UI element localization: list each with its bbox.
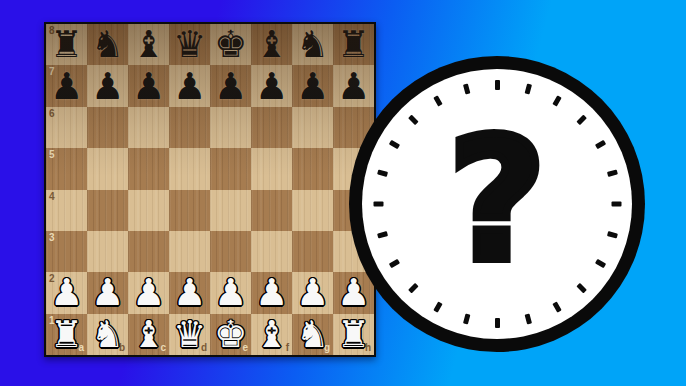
piece-black-pawn: ♟: [173, 68, 206, 105]
clock-face: ?: [362, 69, 632, 339]
square-g1: g♞: [292, 314, 333, 355]
chess-board-grid: 8♜♞♝♛♚♝♞♜7♟♟♟♟♟♟♟♟65432♟♟♟♟♟♟♟♟1a♜b♞c♝d♛…: [46, 24, 374, 355]
square-h2: ♟: [333, 272, 374, 313]
square-d8: ♛: [169, 24, 210, 65]
square-e6: [210, 107, 251, 148]
chess-board: 8♜♞♝♛♚♝♞♜7♟♟♟♟♟♟♟♟65432♟♟♟♟♟♟♟♟1a♜b♞c♝d♛…: [44, 22, 376, 357]
square-c5: [128, 148, 169, 189]
piece-black-pawn: ♟: [91, 68, 124, 105]
square-a5: 5: [46, 148, 87, 189]
square-e3: [210, 231, 251, 272]
rank-label-4: 4: [49, 192, 55, 202]
square-h8: ♜: [333, 24, 374, 65]
clock-tick: [606, 231, 617, 238]
square-a7: 7♟: [46, 65, 87, 106]
piece-white-pawn: ♟: [132, 274, 165, 311]
piece-black-pawn: ♟: [255, 68, 288, 105]
square-g7: ♟: [292, 65, 333, 106]
square-b5: [87, 148, 128, 189]
piece-black-knight: ♞: [91, 26, 124, 63]
square-f4: [251, 190, 292, 231]
clock-tick: [373, 202, 383, 207]
clock-tick: [408, 283, 419, 294]
piece-black-knight: ♞: [296, 26, 329, 63]
square-g3: [292, 231, 333, 272]
square-a8: 8♜: [46, 24, 87, 65]
square-f8: ♝: [251, 24, 292, 65]
thumbnail-scene: { "scene": { "description": "Chess start…: [0, 0, 686, 386]
square-c2: ♟: [128, 272, 169, 313]
clock-tick: [495, 80, 500, 90]
square-a4: 4: [46, 190, 87, 231]
square-d2: ♟: [169, 272, 210, 313]
clock-tick: [524, 84, 531, 95]
square-d5: [169, 148, 210, 189]
square-g5: [292, 148, 333, 189]
piece-white-knight: ♞: [296, 316, 329, 353]
piece-white-pawn: ♟: [214, 274, 247, 311]
piece-black-queen: ♛: [173, 26, 206, 63]
rank-label-5: 5: [49, 150, 55, 160]
piece-white-queen: ♛: [173, 316, 206, 353]
clock-tick: [388, 259, 399, 268]
piece-white-bishop: ♝: [132, 316, 165, 353]
square-f2: ♟: [251, 272, 292, 313]
square-f3: [251, 231, 292, 272]
rank-label-6: 6: [49, 109, 55, 119]
clock-tick: [433, 95, 442, 106]
square-f6: [251, 107, 292, 148]
square-f5: [251, 148, 292, 189]
clock-tick: [377, 169, 388, 176]
square-g6: [292, 107, 333, 148]
square-f7: ♟: [251, 65, 292, 106]
clock-tick: [408, 115, 419, 126]
clock-tick: [552, 95, 561, 106]
square-c6: [128, 107, 169, 148]
square-a6: 6: [46, 107, 87, 148]
piece-black-king: ♚: [214, 26, 247, 63]
clock-tick: [576, 115, 587, 126]
square-e7: ♟: [210, 65, 251, 106]
clock-tick: [594, 259, 605, 268]
square-b6: [87, 107, 128, 148]
square-c4: [128, 190, 169, 231]
square-d4: [169, 190, 210, 231]
piece-white-king: ♚: [214, 316, 247, 353]
clock-tick: [433, 301, 442, 312]
clock-tick: [611, 202, 621, 207]
piece-white-pawn: ♟: [337, 274, 370, 311]
square-g2: ♟: [292, 272, 333, 313]
square-d1: d♛: [169, 314, 210, 355]
square-e2: ♟: [210, 272, 251, 313]
square-b4: [87, 190, 128, 231]
piece-white-bishop: ♝: [255, 316, 288, 353]
square-a2: 2♟: [46, 272, 87, 313]
rank-label-3: 3: [49, 233, 55, 243]
clock-tick: [388, 140, 399, 149]
square-c8: ♝: [128, 24, 169, 65]
square-e1: e♚: [210, 314, 251, 355]
piece-white-pawn: ♟: [255, 274, 288, 311]
piece-white-pawn: ♟: [91, 274, 124, 311]
square-c7: ♟: [128, 65, 169, 106]
clock-tick: [495, 318, 500, 328]
square-b8: ♞: [87, 24, 128, 65]
square-d7: ♟: [169, 65, 210, 106]
square-b2: ♟: [87, 272, 128, 313]
clock-tick: [606, 169, 617, 176]
question-clock: ?: [349, 56, 645, 352]
piece-white-pawn: ♟: [296, 274, 329, 311]
square-b7: ♟: [87, 65, 128, 106]
clock-tick: [594, 140, 605, 149]
square-e4: [210, 190, 251, 231]
piece-black-bishop: ♝: [255, 26, 288, 63]
piece-white-pawn: ♟: [173, 274, 206, 311]
piece-black-pawn: ♟: [214, 68, 247, 105]
square-a1: 1a♜: [46, 314, 87, 355]
piece-white-rook: ♜: [337, 316, 370, 353]
piece-black-pawn: ♟: [50, 68, 83, 105]
piece-black-pawn: ♟: [337, 68, 370, 105]
piece-white-pawn: ♟: [50, 274, 83, 311]
square-a3: 3: [46, 231, 87, 272]
piece-black-rook: ♜: [337, 26, 370, 63]
question-mark: ?: [448, 115, 547, 285]
piece-black-pawn: ♟: [132, 68, 165, 105]
square-g4: [292, 190, 333, 231]
square-h1: h♜: [333, 314, 374, 355]
piece-white-knight: ♞: [91, 316, 124, 353]
square-b3: [87, 231, 128, 272]
square-f1: f♝: [251, 314, 292, 355]
piece-black-rook: ♜: [50, 26, 83, 63]
square-c3: [128, 231, 169, 272]
clock-tick: [462, 313, 469, 324]
piece-white-rook: ♜: [50, 316, 83, 353]
clock-tick: [552, 301, 561, 312]
square-c1: c♝: [128, 314, 169, 355]
clock-tick: [377, 231, 388, 238]
clock-tick: [462, 84, 469, 95]
piece-black-pawn: ♟: [296, 68, 329, 105]
piece-black-bishop: ♝: [132, 26, 165, 63]
square-g8: ♞: [292, 24, 333, 65]
clock-tick: [576, 283, 587, 294]
square-b1: b♞: [87, 314, 128, 355]
clock-tick: [524, 313, 531, 324]
square-d3: [169, 231, 210, 272]
square-h7: ♟: [333, 65, 374, 106]
square-e5: [210, 148, 251, 189]
square-e8: ♚: [210, 24, 251, 65]
square-d6: [169, 107, 210, 148]
